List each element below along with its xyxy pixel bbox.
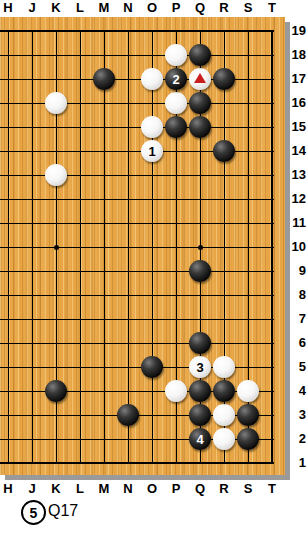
stone-white-p4[interactable] [165,380,187,402]
move-caption: 5 Q17 [0,498,308,528]
coord-label-right-7: 7 [288,311,306,327]
star-point-q10 [198,245,203,250]
coord-label-bottom-m: M [99,481,110,497]
coord-label-top-t: T [268,0,276,16]
grid-line-row-9 [0,271,274,272]
grid-line-row-10 [0,247,274,248]
coord-label-right-4: 4 [288,383,306,399]
coord-label-top-h: H [3,0,12,16]
coord-label-top-r: R [219,0,228,16]
stone-black-r14[interactable] [213,140,235,162]
coord-label-bottom-h: H [3,481,12,497]
coord-label-right-2: 2 [288,431,306,447]
coord-label-right-14: 14 [288,143,306,159]
stone-black-q16[interactable] [189,92,211,114]
grid-line-row-6 [0,343,274,344]
coord-label-right-3: 3 [288,407,306,423]
coord-label-bottom-t: T [268,481,276,497]
stone-white-k13[interactable] [45,164,67,186]
grid-line-row-12 [0,199,274,200]
grid-line-row-18 [0,55,274,56]
move-number-4: 4 [189,428,211,450]
stone-black-q15[interactable] [189,116,211,138]
coord-label-bottom-j: J [28,481,35,497]
coord-label-bottom-q: Q [195,481,205,497]
stone-black-r4[interactable] [213,380,235,402]
grid-line-row-7 [0,319,274,320]
stone-black-q2[interactable]: 4 [189,428,211,450]
grid-line-row-16 [0,103,274,104]
grid-line-row-1 [0,462,274,464]
coord-label-right-5: 5 [288,359,306,375]
stone-black-q6[interactable] [189,332,211,354]
coord-label-top-n: N [123,0,132,16]
coord-label-right-9: 9 [288,263,306,279]
coord-label-right-6: 6 [288,335,306,351]
coord-label-right-19: 19 [288,23,306,39]
stone-black-q4[interactable] [189,380,211,402]
coord-label-top-k: K [51,0,60,16]
stone-black-o5[interactable] [141,356,163,378]
grid-line-row-13 [0,175,274,176]
grid-line-col-T [271,30,273,464]
coord-label-right-8: 8 [288,287,306,303]
move-number-3: 3 [189,356,211,378]
triangle-marker-icon [194,73,206,83]
coord-label-bottom-l: L [76,481,84,497]
stone-black-n3[interactable] [117,404,139,426]
coord-label-bottom-k: K [51,481,60,497]
stone-white-o14[interactable]: 1 [141,140,163,162]
grid-line-col-N [128,30,129,464]
caption-move-number: 5 [30,505,38,521]
stone-black-p17[interactable]: 2 [165,68,187,90]
stone-black-s2[interactable] [237,428,259,450]
stone-white-r2[interactable] [213,428,235,450]
stone-white-r3[interactable] [213,404,235,426]
coord-label-right-13: 13 [288,167,306,183]
coord-label-top-o: O [147,0,157,16]
stone-white-q5[interactable]: 3 [189,356,211,378]
coord-label-top-p: P [172,0,181,16]
stone-black-q3[interactable] [189,404,211,426]
grid-line-row-19 [0,30,274,32]
stone-white-p16[interactable] [165,92,187,114]
move-number-1: 1 [141,140,163,162]
stone-white-o15[interactable] [141,116,163,138]
coord-label-top-q: Q [195,0,205,16]
grid-line-row-11 [0,223,274,224]
coord-label-right-18: 18 [288,47,306,63]
coord-label-top-l: L [76,0,84,16]
coord-label-top-j: J [28,0,35,16]
coord-label-bottom-r: R [219,481,228,497]
stone-white-p18[interactable] [165,44,187,66]
coord-label-right-16: 16 [288,95,306,111]
grid-line-col-H [8,30,9,464]
stone-black-m17[interactable] [93,68,115,90]
caption-coordinate-text: Q17 [48,502,78,520]
stone-black-s3[interactable] [237,404,259,426]
coord-label-bottom-p: P [172,481,181,497]
coord-label-right-17: 17 [288,71,306,87]
coord-label-right-15: 15 [288,119,306,135]
coord-label-top-m: M [99,0,110,16]
stone-black-q9[interactable] [189,260,211,282]
grid-line-row-15 [0,127,274,128]
caption-move-number-circle: 5 [21,500,46,525]
go-board[interactable]: 1324 [0,17,285,475]
move-number-2: 2 [165,68,187,90]
stone-black-r17[interactable] [213,68,235,90]
grid-line-row-8 [0,295,274,296]
coord-label-bottom-o: O [147,481,157,497]
stone-white-q17[interactable] [189,68,211,90]
coord-label-bottom-n: N [123,481,132,497]
coord-label-right-1: 1 [288,455,306,471]
stone-black-k4[interactable] [45,380,67,402]
stone-black-q18[interactable] [189,44,211,66]
grid-line-col-L [80,30,81,464]
stone-white-k16[interactable] [45,92,67,114]
grid-line-col-M [104,30,105,464]
grid-line-col-O [152,30,153,464]
stone-white-o17[interactable] [141,68,163,90]
coord-label-bottom-s: S [244,481,253,497]
stone-white-r5[interactable] [213,356,235,378]
coord-label-right-10: 10 [288,239,306,255]
stone-black-p15[interactable] [165,116,187,138]
coord-label-right-11: 11 [288,215,306,231]
coord-label-right-12: 12 [288,191,306,207]
stone-white-s4[interactable] [237,380,259,402]
star-point-k10 [54,245,59,250]
go-diagram-window: HJKLMNOPQRST 1324 1918171615141312111098… [0,0,308,537]
coord-label-top-s: S [244,0,253,16]
grid-line-col-J [32,30,33,464]
